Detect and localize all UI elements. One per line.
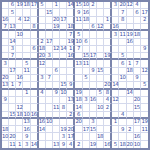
sudoku-cell-empty[interactable] (60, 24, 67, 31)
sudoku-cell-given: 3 (2, 60, 9, 67)
sudoku-page: 6191817511415102320124515916761716412201… (0, 0, 150, 150)
sudoku-cell-empty[interactable] (46, 60, 53, 67)
sudoku-cell-given: 14 (112, 82, 119, 89)
sudoku-cell-empty[interactable] (104, 60, 112, 67)
sudoku-cell-empty[interactable] (112, 9, 119, 16)
sudoku-cell-empty[interactable] (127, 17, 134, 24)
sudoku-cell-given: 18 (97, 133, 104, 140)
sudoku-cell-empty[interactable] (134, 39, 141, 46)
sudoku-cell-given: 1 (104, 17, 112, 24)
sudoku-cell-empty[interactable] (112, 133, 119, 140)
sudoku-cell-empty[interactable] (53, 75, 60, 82)
sudoku-cell-empty[interactable] (141, 90, 148, 97)
sudoku-cell-empty[interactable] (97, 53, 104, 60)
sudoku-cell-given: 7 (9, 53, 16, 60)
sudoku-cell-empty[interactable] (31, 126, 39, 133)
sudoku-cell-empty[interactable] (119, 97, 126, 104)
sudoku-cell-empty[interactable] (112, 46, 119, 53)
sudoku-cell-empty[interactable] (46, 82, 53, 89)
sudoku-cell-empty[interactable] (112, 39, 119, 46)
sudoku-cell-empty[interactable] (23, 39, 30, 46)
sudoku-cell-given: 1 (16, 141, 23, 148)
sudoku-cell-given: 9 (2, 97, 9, 104)
sudoku-cell-empty[interactable] (9, 119, 16, 126)
sudoku-cell-given: 9 (23, 133, 30, 140)
sudoku-cell-empty[interactable] (90, 133, 97, 140)
sudoku-cell-given: 12 (39, 60, 46, 67)
sudoku-cell-given: 4 (16, 17, 23, 24)
sudoku-cell-given: 6 (134, 9, 141, 16)
sudoku-cell-given: 2 (127, 126, 134, 133)
sudoku-cell-empty[interactable] (9, 97, 16, 104)
sudoku-cell-given: 9 (60, 141, 67, 148)
sudoku-cell-given: 7 (75, 46, 82, 53)
sudoku-cell-given: 20 (75, 119, 82, 126)
sudoku-cell-given: 12 (97, 24, 104, 31)
sudoku-cell-given: 5 (112, 141, 119, 148)
sudoku-cell-empty[interactable] (97, 39, 104, 46)
sudoku-cell-given: 3 (46, 53, 53, 60)
sudoku-cell-empty[interactable] (127, 112, 134, 119)
sudoku-cell-empty[interactable] (39, 97, 46, 104)
sudoku-cell-given: 17 (90, 53, 97, 60)
sudoku-cell-empty[interactable] (23, 31, 30, 38)
sudoku-cell-empty[interactable] (46, 133, 53, 140)
sudoku-cell-given: 5 (9, 9, 16, 16)
sudoku-cell-empty[interactable] (2, 46, 9, 53)
sudoku-cell-empty[interactable] (39, 141, 46, 148)
sudoku-cell-empty[interactable] (90, 82, 97, 89)
sudoku-cell-given: 10 (46, 119, 53, 126)
sudoku-cell-given: 9 (119, 126, 126, 133)
sudoku-cell-given: 13 (75, 60, 82, 67)
sudoku-cell-empty[interactable] (60, 53, 67, 60)
sudoku-cell-empty[interactable] (83, 133, 90, 140)
sudoku-cell-given: 18 (23, 2, 30, 9)
sudoku-cell-empty[interactable] (112, 60, 119, 67)
sudoku-cell-empty[interactable] (60, 60, 67, 67)
sudoku-cell-given: 18 (119, 141, 126, 148)
sudoku-cell-given: 10 (16, 31, 23, 38)
sudoku-cell-empty[interactable] (39, 133, 46, 140)
sudoku-cell-empty[interactable] (46, 24, 53, 31)
sudoku-cell-empty[interactable] (16, 133, 23, 140)
sudoku-cell-empty[interactable] (46, 126, 53, 133)
sudoku-cell-empty[interactable] (119, 90, 126, 97)
sudoku-cell-given: 1 (112, 119, 119, 126)
sudoku-cell-given: 11 (83, 60, 90, 67)
sudoku-cell-empty[interactable] (104, 119, 112, 126)
sudoku-cell-empty[interactable] (39, 104, 46, 111)
sudoku-cell-empty[interactable] (53, 112, 60, 119)
sudoku-cell-empty[interactable] (141, 104, 148, 111)
sudoku-cell-empty[interactable] (75, 126, 82, 133)
sudoku-cell-empty[interactable] (97, 141, 104, 148)
sudoku-cell-empty[interactable] (141, 97, 148, 104)
sudoku-cell-given: 17 (83, 126, 90, 133)
sudoku-cell-given: 7 (134, 60, 141, 67)
sudoku-cell-empty[interactable] (53, 31, 60, 38)
sudoku-cell-empty[interactable] (31, 68, 39, 75)
sudoku-cell-given: 5 (39, 2, 46, 9)
sudoku-cell-empty[interactable] (104, 39, 112, 46)
sudoku-cell-empty[interactable] (97, 112, 104, 119)
sudoku-cell-empty[interactable] (23, 75, 30, 82)
sudoku-cell-given: 13 (53, 141, 60, 148)
sudoku-cell-empty[interactable] (2, 31, 9, 38)
sudoku-cell-empty[interactable] (16, 39, 23, 46)
sudoku-cell-given: 20 (127, 141, 134, 148)
sudoku-cell-empty[interactable] (2, 104, 9, 111)
sudoku-cell-empty[interactable] (31, 31, 39, 38)
sudoku-cell-given: 4 (67, 141, 75, 148)
sudoku-cell-empty[interactable] (97, 2, 104, 9)
sudoku-cell-empty[interactable] (9, 90, 16, 97)
sudoku-cell-given: 15 (9, 112, 16, 119)
sudoku-cell-given: 8 (119, 17, 126, 24)
sudoku-cell-given: 16 (67, 53, 75, 60)
sudoku-cell-empty[interactable] (31, 53, 39, 60)
sudoku-cell-empty[interactable] (2, 141, 9, 148)
sudoku-cell-empty[interactable] (90, 39, 97, 46)
sudoku-cell-given: 15 (97, 68, 104, 75)
sudoku-cell-empty[interactable] (31, 133, 39, 140)
sudoku-cell-empty[interactable] (39, 24, 46, 31)
sudoku-cell-empty[interactable] (104, 133, 112, 140)
sudoku-cell-empty[interactable] (97, 119, 104, 126)
sudoku-cell-empty[interactable] (134, 17, 141, 24)
sudoku-cell-given: 9 (67, 82, 75, 89)
sudoku-cell-empty[interactable] (2, 39, 9, 46)
sudoku-cell-given: 19 (53, 24, 60, 31)
sudoku-cell-given: 18 (83, 17, 90, 24)
sudoku-cell-given: 9 (90, 68, 97, 75)
sudoku-cell-empty[interactable] (90, 75, 97, 82)
sudoku-cell-empty[interactable] (127, 97, 134, 104)
sudoku-cell-given: 2 (67, 112, 75, 119)
sudoku-cell-empty[interactable] (127, 46, 134, 53)
sudoku-cell-empty[interactable] (31, 82, 39, 89)
sudoku-cell-given: 19 (90, 141, 97, 148)
sudoku-cell-given: 17 (31, 2, 39, 9)
sudoku-cell-empty[interactable] (112, 68, 119, 75)
sudoku-cell-given: 14 (127, 90, 134, 97)
sudoku-cell-empty[interactable] (112, 126, 119, 133)
sudoku-cell-given: 11 (53, 104, 60, 111)
sudoku-cell-given: 10 (119, 75, 126, 82)
sudoku-cell-empty[interactable] (67, 60, 75, 67)
sudoku-cell-empty[interactable] (141, 31, 148, 38)
sudoku-cell-given: 19 (104, 53, 112, 60)
sudoku-cell-empty[interactable] (16, 53, 23, 60)
sudoku-cell-given: 5 (97, 90, 104, 97)
sudoku-cell-empty[interactable] (141, 133, 148, 140)
sudoku-cell-empty[interactable] (90, 31, 97, 38)
sudoku-cell-given: 16 (127, 39, 134, 46)
sudoku-cell-empty[interactable] (16, 60, 23, 67)
sudoku-cell-given: 15 (134, 104, 141, 111)
sudoku-cell-empty[interactable] (83, 112, 90, 119)
sudoku-cell-given: 10 (60, 90, 67, 97)
sudoku-cell-given: 6 (53, 68, 60, 75)
sudoku-cell-given: 2 (90, 2, 97, 9)
sudoku-cell-given: 11 (141, 126, 148, 133)
sudoku-cell-given: 2 (75, 141, 82, 148)
sudoku-cell-given: 11 (23, 68, 30, 75)
sudoku-cell-empty[interactable] (23, 97, 30, 104)
sudoku-cell-empty[interactable] (119, 39, 126, 46)
sudoku-cell-empty[interactable] (31, 75, 39, 82)
sudoku-cell-empty[interactable] (97, 75, 104, 82)
sudoku-cell-given: 13 (9, 24, 16, 31)
sudoku-cell-given: 15 (46, 9, 53, 16)
sudoku-cell-empty[interactable] (46, 90, 53, 97)
sudoku-cell-given: 8 (31, 24, 39, 31)
sudoku-cell-given: 12 (53, 46, 60, 53)
sudoku-cell-empty[interactable] (104, 68, 112, 75)
sudoku-cell-empty[interactable] (23, 46, 30, 53)
sudoku-cell-empty[interactable] (90, 9, 97, 16)
sudoku-cell-given: 12 (141, 68, 148, 75)
sudoku-cell-empty[interactable] (97, 46, 104, 53)
sudoku-cell-given: 12 (127, 2, 134, 9)
sudoku-cell-empty[interactable] (104, 2, 112, 9)
sudoku-cell-given: 2 (104, 104, 112, 111)
sudoku-cell-given: 16 (31, 112, 39, 119)
sudoku-cell-empty[interactable] (60, 31, 67, 38)
sudoku-cell-given: 7 (16, 82, 23, 89)
sudoku-cell-empty[interactable] (127, 9, 134, 16)
sudoku-cell-given: 1 (9, 82, 16, 89)
sudoku-cell-given: 3 (39, 75, 46, 82)
sudoku-cell-empty[interactable] (60, 68, 67, 75)
sudoku-cell-empty[interactable] (83, 104, 90, 111)
sudoku-cell-empty[interactable] (75, 133, 82, 140)
sudoku-cell-empty[interactable] (119, 82, 126, 89)
sudoku-cell-empty[interactable] (141, 53, 148, 60)
sudoku-cell-empty[interactable] (39, 9, 46, 16)
sudoku-cell-empty[interactable] (127, 133, 134, 140)
sudoku-cell-empty[interactable] (31, 119, 39, 126)
sudoku-cell-empty[interactable] (127, 75, 134, 82)
sudoku-cell-given: 14 (31, 141, 39, 148)
sudoku-cell-empty[interactable] (97, 9, 104, 16)
sudoku-cell-given: 15 (90, 126, 97, 133)
sudoku-cell-given: 17 (60, 17, 67, 24)
sudoku-cell-empty[interactable] (60, 2, 67, 9)
sudoku-cell-given: 6 (90, 24, 97, 31)
sudoku-cell-given: 10 (134, 141, 141, 148)
sudoku-cell-empty[interactable] (46, 141, 53, 148)
sudoku-cell-given: 9 (141, 46, 148, 53)
sudoku-cell-given: 6 (119, 60, 126, 67)
sudoku-cell-empty[interactable] (83, 141, 90, 148)
sudoku-cell-given: 14 (67, 2, 75, 9)
sudoku-cell-empty[interactable] (67, 68, 75, 75)
sudoku-cell-empty[interactable] (119, 133, 126, 140)
sudoku-cell-given: 17 (134, 119, 141, 126)
sudoku-cell-given: 10 (97, 104, 104, 111)
sudoku-cell-empty[interactable] (141, 24, 148, 31)
sudoku-cell-given: 3 (112, 2, 119, 9)
sudoku-cell-given: 14 (39, 126, 46, 133)
sudoku-cell-empty[interactable] (141, 141, 148, 148)
sudoku-cell-given: 10 (2, 133, 9, 140)
sudoku-cell-given: 13 (2, 82, 9, 89)
sudoku-cell-empty[interactable] (16, 126, 23, 133)
sudoku-cell-given: 1 (53, 2, 60, 9)
sudoku-cell-given: 2 (141, 17, 148, 24)
sudoku-cell-empty[interactable] (104, 31, 112, 38)
sudoku-cell-empty[interactable] (67, 9, 75, 16)
sudoku-cell-empty[interactable] (31, 97, 39, 104)
sudoku-cell-empty[interactable] (75, 75, 82, 82)
sudoku-cell-empty[interactable] (16, 46, 23, 53)
sudoku-cell-given: 17 (46, 39, 53, 46)
sudoku-cell-empty[interactable] (2, 112, 9, 119)
sudoku-cell-empty[interactable] (53, 126, 60, 133)
sudoku-cell-given: 3 (83, 97, 90, 104)
sudoku-cell-empty[interactable] (2, 2, 9, 9)
sudoku-board: 6191817511415102320124515916761716412201… (0, 0, 150, 150)
sudoku-cell-given: 11 (9, 141, 16, 148)
sudoku-cell-given: 5 (83, 75, 90, 82)
sudoku-cell-given: 9 (134, 75, 141, 82)
sudoku-cell-empty[interactable] (16, 90, 23, 97)
sudoku-cell-given: 5 (141, 82, 148, 89)
sudoku-cell-given: 16 (104, 141, 112, 148)
sudoku-cell-empty[interactable] (104, 24, 112, 31)
sudoku-cell-given: 20 (9, 133, 16, 140)
sudoku-cell-empty[interactable] (31, 9, 39, 16)
sudoku-cell-empty[interactable] (31, 90, 39, 97)
sudoku-cell-empty[interactable] (46, 104, 53, 111)
sudoku-cell-empty[interactable] (97, 31, 104, 38)
sudoku-cell-empty[interactable] (83, 82, 90, 89)
sudoku-cell-empty[interactable] (134, 46, 141, 53)
sudoku-cell-given: 16 (90, 97, 97, 104)
sudoku-cell-empty[interactable] (31, 60, 39, 67)
sudoku-cell-given: 3 (112, 31, 119, 38)
sudoku-cell-given: 8 (60, 104, 67, 111)
sudoku-cell-empty[interactable] (134, 82, 141, 89)
sudoku-cell-empty[interactable] (60, 112, 67, 119)
sudoku-cell-empty[interactable] (39, 17, 46, 24)
sudoku-cell-given: 11 (119, 31, 126, 38)
sudoku-cell-given: 4 (119, 112, 126, 119)
sudoku-cell-given: 19 (16, 2, 23, 9)
sudoku-cell-given: 14 (60, 46, 67, 53)
sudoku-cell-empty[interactable] (112, 53, 119, 60)
sudoku-cell-given: 16 (134, 133, 141, 140)
sudoku-cell-given: 3 (23, 141, 30, 148)
sudoku-cell-empty[interactable] (53, 119, 60, 126)
sudoku-cell-empty[interactable] (127, 104, 134, 111)
sudoku-cell-empty[interactable] (16, 119, 23, 126)
sudoku-cell-empty[interactable] (90, 104, 97, 111)
sudoku-cell-given: 6 (83, 39, 90, 46)
sudoku-cell-empty[interactable] (104, 126, 112, 133)
sudoku-cell-empty[interactable] (53, 53, 60, 60)
sudoku-cell-empty[interactable] (83, 24, 90, 31)
sudoku-cell-given: 7 (46, 75, 53, 82)
sudoku-cell-given: 18 (127, 68, 134, 75)
sudoku-cell-empty[interactable] (53, 133, 60, 140)
sudoku-cell-empty[interactable] (46, 97, 53, 104)
sudoku-cell-given: 6 (31, 46, 39, 53)
sudoku-cell-given: 13 (67, 97, 75, 104)
sudoku-cell-empty[interactable] (104, 112, 112, 119)
sudoku-cell-given: 12 (23, 17, 30, 24)
sudoku-cell-given: 1 (23, 90, 30, 97)
sudoku-cell-given: 7 (2, 24, 9, 31)
sudoku-cell-given: 17 (67, 133, 75, 140)
sudoku-cell-given: 4 (39, 90, 46, 97)
sudoku-cell-given: 3 (60, 133, 67, 140)
sudoku-cell-empty[interactable] (75, 68, 82, 75)
sudoku-cell-empty[interactable] (46, 17, 53, 24)
sudoku-cell-given: 18 (134, 31, 141, 38)
sudoku-cell-given: 9 (53, 90, 60, 97)
sudoku-cell-empty[interactable] (23, 24, 30, 31)
sudoku-cell-given: 11 (75, 17, 82, 24)
sudoku-cell-given: 18 (16, 112, 23, 119)
sudoku-cell-given: 17 (9, 68, 16, 75)
sudoku-cell-empty[interactable] (112, 104, 119, 111)
sudoku-cell-given: 12 (112, 97, 119, 104)
